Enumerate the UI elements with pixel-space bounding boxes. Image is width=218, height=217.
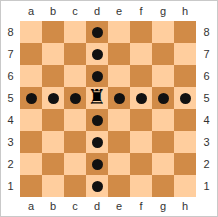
square-b2 bbox=[42, 153, 64, 175]
square-d3 bbox=[86, 131, 108, 153]
square-c5 bbox=[64, 87, 86, 109]
square-f5 bbox=[130, 87, 152, 109]
file-label-b: b bbox=[42, 1, 64, 21]
square-c7 bbox=[64, 43, 86, 65]
square-e6 bbox=[108, 65, 130, 87]
square-h2 bbox=[174, 153, 196, 175]
square-a2 bbox=[20, 153, 42, 175]
square-a7 bbox=[20, 43, 42, 65]
square-d4 bbox=[86, 109, 108, 131]
file-label-g: g bbox=[152, 1, 174, 21]
square-e2 bbox=[108, 153, 130, 175]
move-dot bbox=[114, 93, 125, 104]
file-label-d: d bbox=[86, 197, 108, 216]
file-label-a: a bbox=[20, 1, 42, 21]
square-b5 bbox=[42, 87, 64, 109]
move-dot bbox=[92, 71, 103, 82]
square-g2 bbox=[152, 153, 174, 175]
square-a8 bbox=[20, 21, 42, 43]
corner-cell bbox=[196, 1, 217, 21]
square-a5 bbox=[20, 87, 42, 109]
rank-label-5: 5 bbox=[196, 87, 217, 109]
square-c4 bbox=[64, 109, 86, 131]
square-f4 bbox=[130, 109, 152, 131]
rank-label-8: 8 bbox=[1, 21, 20, 43]
file-label-f: f bbox=[130, 1, 152, 21]
file-label-h: h bbox=[174, 197, 196, 216]
square-h4 bbox=[174, 109, 196, 131]
move-dot bbox=[92, 115, 103, 126]
move-dot bbox=[48, 93, 59, 104]
square-d2 bbox=[86, 153, 108, 175]
square-a3 bbox=[20, 131, 42, 153]
square-f6 bbox=[130, 65, 152, 87]
square-b6 bbox=[42, 65, 64, 87]
move-dot bbox=[70, 93, 81, 104]
file-label-b: b bbox=[42, 197, 64, 216]
square-e4 bbox=[108, 109, 130, 131]
square-a4 bbox=[20, 109, 42, 131]
rank-label-3: 3 bbox=[1, 131, 20, 153]
move-dot bbox=[92, 49, 103, 60]
square-b1 bbox=[42, 175, 64, 197]
file-label-c: c bbox=[64, 197, 86, 216]
move-dot bbox=[92, 159, 103, 170]
rank-label-2: 2 bbox=[196, 153, 217, 175]
file-label-g: g bbox=[152, 197, 174, 216]
black-rook: ♜ bbox=[88, 87, 107, 108]
file-label-e: e bbox=[108, 197, 130, 216]
square-d5: ♜ bbox=[86, 87, 108, 109]
corner-cell bbox=[1, 197, 20, 216]
square-g8 bbox=[152, 21, 174, 43]
rank-label-6: 6 bbox=[1, 65, 20, 87]
square-g5 bbox=[152, 87, 174, 109]
rank-label-4: 4 bbox=[1, 109, 20, 131]
square-d1 bbox=[86, 175, 108, 197]
move-dot bbox=[92, 181, 103, 192]
square-e1 bbox=[108, 175, 130, 197]
square-f7 bbox=[130, 43, 152, 65]
move-dot bbox=[92, 27, 103, 38]
corner-cell bbox=[1, 1, 20, 21]
move-dot bbox=[26, 93, 37, 104]
rank-label-2: 2 bbox=[1, 153, 20, 175]
file-label-h: h bbox=[174, 1, 196, 21]
square-f8 bbox=[130, 21, 152, 43]
file-label-d: d bbox=[86, 1, 108, 21]
move-dot bbox=[180, 93, 191, 104]
square-h6 bbox=[174, 65, 196, 87]
rank-label-6: 6 bbox=[196, 65, 217, 87]
square-c2 bbox=[64, 153, 86, 175]
square-h3 bbox=[174, 131, 196, 153]
square-g3 bbox=[152, 131, 174, 153]
square-h7 bbox=[174, 43, 196, 65]
square-b4 bbox=[42, 109, 64, 131]
square-f2 bbox=[130, 153, 152, 175]
square-h8 bbox=[174, 21, 196, 43]
square-e5 bbox=[108, 87, 130, 109]
square-e8 bbox=[108, 21, 130, 43]
square-c3 bbox=[64, 131, 86, 153]
square-a1 bbox=[20, 175, 42, 197]
square-h1 bbox=[174, 175, 196, 197]
rank-label-5: 5 bbox=[1, 87, 20, 109]
square-f3 bbox=[130, 131, 152, 153]
move-dot bbox=[158, 93, 169, 104]
square-e7 bbox=[108, 43, 130, 65]
rank-label-4: 4 bbox=[196, 109, 217, 131]
move-dot bbox=[92, 137, 103, 148]
square-g7 bbox=[152, 43, 174, 65]
file-label-e: e bbox=[108, 1, 130, 21]
square-c8 bbox=[64, 21, 86, 43]
square-b7 bbox=[42, 43, 64, 65]
square-d8 bbox=[86, 21, 108, 43]
square-g1 bbox=[152, 175, 174, 197]
file-label-c: c bbox=[64, 1, 86, 21]
square-b3 bbox=[42, 131, 64, 153]
rank-label-1: 1 bbox=[196, 175, 217, 197]
chess-diagram: abcdefgh8877665♜544332211abcdefgh bbox=[0, 0, 218, 217]
square-c1 bbox=[64, 175, 86, 197]
square-g6 bbox=[152, 65, 174, 87]
rank-label-8: 8 bbox=[196, 21, 217, 43]
square-b8 bbox=[42, 21, 64, 43]
move-dot bbox=[136, 93, 147, 104]
square-d7 bbox=[86, 43, 108, 65]
square-f1 bbox=[130, 175, 152, 197]
square-g4 bbox=[152, 109, 174, 131]
square-h5 bbox=[174, 87, 196, 109]
file-label-f: f bbox=[130, 197, 152, 216]
rank-label-7: 7 bbox=[196, 43, 217, 65]
file-label-a: a bbox=[20, 197, 42, 216]
square-e3 bbox=[108, 131, 130, 153]
corner-cell bbox=[196, 197, 217, 216]
square-c6 bbox=[64, 65, 86, 87]
rank-label-7: 7 bbox=[1, 43, 20, 65]
rank-label-3: 3 bbox=[196, 131, 217, 153]
square-a6 bbox=[20, 65, 42, 87]
chess-board: abcdefgh8877665♜544332211abcdefgh bbox=[1, 1, 217, 216]
rank-label-1: 1 bbox=[1, 175, 20, 197]
